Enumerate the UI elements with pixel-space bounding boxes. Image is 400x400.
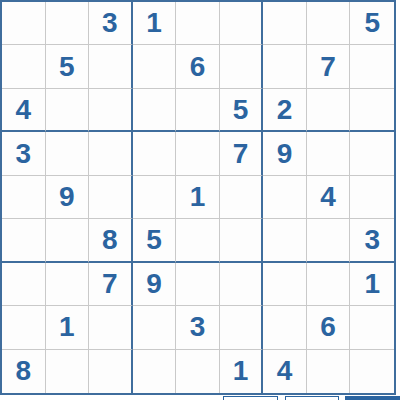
partial-button-selected[interactable] bbox=[345, 396, 400, 400]
cell-r8c6[interactable] bbox=[220, 306, 264, 349]
cell-r8c4[interactable] bbox=[133, 306, 177, 349]
cell-r5c3[interactable] bbox=[89, 176, 133, 219]
cell-r2c2[interactable]: 5 bbox=[46, 45, 90, 88]
cell-r2c5[interactable]: 6 bbox=[176, 45, 220, 88]
cell-r6c8[interactable] bbox=[307, 219, 351, 262]
cell-r3c9[interactable] bbox=[350, 89, 394, 132]
cell-r5c2[interactable]: 9 bbox=[46, 176, 90, 219]
cell-r2c3[interactable] bbox=[89, 45, 133, 88]
cell-r5c4[interactable] bbox=[133, 176, 177, 219]
cell-r9c9[interactable] bbox=[350, 350, 394, 393]
cell-r3c2[interactable] bbox=[46, 89, 90, 132]
cell-r5c7[interactable] bbox=[263, 176, 307, 219]
cell-r4c3[interactable] bbox=[89, 132, 133, 175]
cell-r9c4[interactable] bbox=[133, 350, 177, 393]
cell-r4c4[interactable] bbox=[133, 132, 177, 175]
cell-r8c3[interactable] bbox=[89, 306, 133, 349]
cell-r6c2[interactable] bbox=[46, 219, 90, 262]
cell-r1c8[interactable] bbox=[307, 2, 351, 45]
cell-r8c5[interactable]: 3 bbox=[176, 306, 220, 349]
cell-r7c6[interactable] bbox=[220, 263, 264, 306]
cell-r4c2[interactable] bbox=[46, 132, 90, 175]
cell-r9c7[interactable]: 4 bbox=[263, 350, 307, 393]
cell-r7c9[interactable]: 1 bbox=[350, 263, 394, 306]
cell-r1c7[interactable] bbox=[263, 2, 307, 45]
cell-r5c8[interactable]: 4 bbox=[307, 176, 351, 219]
cell-r4c8[interactable] bbox=[307, 132, 351, 175]
cell-r4c1[interactable]: 3 bbox=[2, 132, 46, 175]
cell-r6c4[interactable]: 5 bbox=[133, 219, 177, 262]
cell-r6c5[interactable] bbox=[176, 219, 220, 262]
cell-r3c3[interactable] bbox=[89, 89, 133, 132]
cell-r6c6[interactable] bbox=[220, 219, 264, 262]
cell-r3c4[interactable] bbox=[133, 89, 177, 132]
cell-r9c2[interactable] bbox=[46, 350, 90, 393]
partial-button[interactable] bbox=[223, 396, 278, 400]
cell-r8c1[interactable] bbox=[2, 306, 46, 349]
cell-r8c8[interactable]: 6 bbox=[307, 306, 351, 349]
cell-r8c7[interactable] bbox=[263, 306, 307, 349]
cell-r3c1[interactable]: 4 bbox=[2, 89, 46, 132]
cell-r9c8[interactable] bbox=[307, 350, 351, 393]
cell-r1c4[interactable]: 1 bbox=[133, 2, 177, 45]
cell-r7c7[interactable] bbox=[263, 263, 307, 306]
cell-r5c5[interactable]: 1 bbox=[176, 176, 220, 219]
cell-r7c2[interactable] bbox=[46, 263, 90, 306]
cell-r2c9[interactable] bbox=[350, 45, 394, 88]
cell-r1c5[interactable] bbox=[176, 2, 220, 45]
cell-r1c1[interactable] bbox=[2, 2, 46, 45]
cell-r3c5[interactable] bbox=[176, 89, 220, 132]
cell-r7c1[interactable] bbox=[2, 263, 46, 306]
cell-r3c7[interactable]: 2 bbox=[263, 89, 307, 132]
cell-r4c6[interactable]: 7 bbox=[220, 132, 264, 175]
cell-r1c3[interactable]: 3 bbox=[89, 2, 133, 45]
cell-r5c1[interactable] bbox=[2, 176, 46, 219]
cell-r8c2[interactable]: 1 bbox=[46, 306, 90, 349]
cell-r6c3[interactable]: 8 bbox=[89, 219, 133, 262]
cell-r9c1[interactable]: 8 bbox=[2, 350, 46, 393]
cell-r4c7[interactable]: 9 bbox=[263, 132, 307, 175]
cell-r1c9[interactable]: 5 bbox=[350, 2, 394, 45]
cell-r4c5[interactable] bbox=[176, 132, 220, 175]
cell-r9c5[interactable] bbox=[176, 350, 220, 393]
cell-r2c4[interactable] bbox=[133, 45, 177, 88]
cell-r3c8[interactable] bbox=[307, 89, 351, 132]
cell-r1c2[interactable] bbox=[46, 2, 90, 45]
cell-r7c4[interactable]: 9 bbox=[133, 263, 177, 306]
numpad-row-partial bbox=[0, 396, 400, 400]
cell-r2c6[interactable] bbox=[220, 45, 264, 88]
cell-r7c5[interactable] bbox=[176, 263, 220, 306]
cell-r1c6[interactable] bbox=[220, 2, 264, 45]
cell-r7c8[interactable] bbox=[307, 263, 351, 306]
cell-r2c7[interactable] bbox=[263, 45, 307, 88]
cell-r9c3[interactable] bbox=[89, 350, 133, 393]
cell-r8c9[interactable] bbox=[350, 306, 394, 349]
cell-r3c6[interactable]: 5 bbox=[220, 89, 264, 132]
cell-r2c8[interactable]: 7 bbox=[307, 45, 351, 88]
cell-r6c1[interactable] bbox=[2, 219, 46, 262]
cell-r6c7[interactable] bbox=[263, 219, 307, 262]
partial-button[interactable] bbox=[285, 396, 339, 400]
sudoku-board: 315567452379914853791136814 bbox=[0, 0, 396, 395]
cell-r5c9[interactable] bbox=[350, 176, 394, 219]
cell-r6c9[interactable]: 3 bbox=[350, 219, 394, 262]
cell-r7c3[interactable]: 7 bbox=[89, 263, 133, 306]
cell-r9c6[interactable]: 1 bbox=[220, 350, 264, 393]
cell-r4c9[interactable] bbox=[350, 132, 394, 175]
cell-r5c6[interactable] bbox=[220, 176, 264, 219]
cell-r2c1[interactable] bbox=[2, 45, 46, 88]
